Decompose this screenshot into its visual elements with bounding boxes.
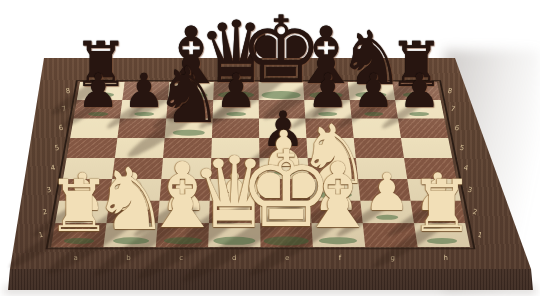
white-bishop-f1[interactable]: ♝ [297,151,378,242]
black-knight-c6[interactable]: ♞ [154,57,223,134]
square-h5[interactable] [401,138,452,158]
square-a6[interactable] [70,118,120,137]
white-rook-h1[interactable]: ♜ [410,171,474,243]
black-pawn-a7[interactable]: ♟ [77,68,119,115]
square-h6[interactable] [398,118,448,137]
chessboard-photo: abcdefgh1122334455667788 ♜♝♛♚♝♞♜♟♟♟♟♟♟♟♞… [0,0,540,296]
black-pawn-h7[interactable]: ♟ [398,68,440,115]
